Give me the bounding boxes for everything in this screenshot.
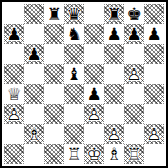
square-e2[interactable]	[84, 124, 104, 144]
piece-outline-layer: ♕	[4, 84, 24, 104]
piece-glyph: ♞	[64, 24, 84, 44]
chess-board: ♜♛♜♚♟♞♟♟♟♟♝♟♙♛♕♟♟♙♟♙♝♗♟♙♟♙♜♖♚♔♝♗♜♖	[4, 4, 164, 164]
black-pawn-piece[interactable]: ♟	[144, 24, 164, 44]
square-g8[interactable]: ♚	[124, 4, 144, 24]
black-pawn-piece[interactable]: ♟	[4, 24, 24, 44]
square-d8[interactable]: ♛	[64, 4, 84, 24]
piece-glyph: ♛	[64, 4, 84, 24]
piece-glyph: ♝	[64, 64, 84, 84]
square-c3[interactable]	[44, 104, 64, 124]
square-b4[interactable]	[24, 84, 44, 104]
white-pawn-piece[interactable]: ♟♙	[4, 104, 24, 124]
piece-glyph: ♜	[104, 4, 124, 24]
white-bishop-piece[interactable]: ♝♗	[24, 124, 44, 144]
square-c4[interactable]	[44, 84, 64, 104]
square-g7[interactable]: ♟	[124, 24, 144, 44]
square-d6[interactable]	[64, 44, 84, 64]
square-b7[interactable]	[24, 24, 44, 44]
black-bishop-piece[interactable]: ♝	[64, 64, 84, 84]
square-f2[interactable]: ♟♙	[104, 124, 124, 144]
piece-glyph: ♟	[84, 84, 104, 104]
square-g4[interactable]	[124, 84, 144, 104]
black-king-piece[interactable]: ♚	[124, 4, 144, 24]
black-rook-piece[interactable]: ♜	[104, 4, 124, 24]
square-d4[interactable]	[64, 84, 84, 104]
square-a6[interactable]	[4, 44, 24, 64]
square-h6[interactable]	[144, 44, 164, 64]
piece-glyph: ♜	[44, 4, 64, 24]
white-bishop-piece[interactable]: ♝♗	[104, 144, 124, 164]
square-d7[interactable]: ♞	[64, 24, 84, 44]
square-h4[interactable]	[144, 84, 164, 104]
black-pawn-piece[interactable]: ♟	[104, 24, 124, 44]
piece-glyph: ♟	[144, 24, 164, 44]
square-c6[interactable]	[44, 44, 64, 64]
square-h2[interactable]: ♟♙	[144, 124, 164, 144]
white-pawn-piece[interactable]: ♟♙	[144, 124, 164, 144]
square-a1[interactable]	[4, 144, 24, 164]
piece-outline-layer: ♙	[84, 104, 104, 124]
piece-glyph: ♟	[4, 24, 24, 44]
square-g5[interactable]: ♟♙	[124, 64, 144, 84]
square-a7[interactable]: ♟	[4, 24, 24, 44]
piece-outline-layer: ♗	[24, 124, 44, 144]
square-h5[interactable]	[144, 64, 164, 84]
black-queen-piece[interactable]: ♛	[64, 4, 84, 24]
black-rook-piece[interactable]: ♜	[44, 4, 64, 24]
black-pawn-piece[interactable]: ♟	[24, 44, 44, 64]
white-rook-piece[interactable]: ♜♖	[64, 144, 84, 164]
square-a2[interactable]	[4, 124, 24, 144]
white-king-piece[interactable]: ♚♔	[84, 144, 104, 164]
square-b3[interactable]	[24, 104, 44, 124]
square-e7[interactable]	[84, 24, 104, 44]
square-h1[interactable]	[144, 144, 164, 164]
square-f6[interactable]	[104, 44, 124, 64]
square-g2[interactable]	[124, 124, 144, 144]
square-a4[interactable]: ♛♕	[4, 84, 24, 104]
piece-outline-layer: ♙	[4, 104, 24, 124]
piece-outline-layer: ♖	[124, 144, 144, 164]
square-f5[interactable]	[104, 64, 124, 84]
square-f7[interactable]: ♟	[104, 24, 124, 44]
piece-outline-layer: ♙	[124, 64, 144, 84]
square-c5[interactable]	[44, 64, 64, 84]
square-d1[interactable]: ♜♖	[64, 144, 84, 164]
chess-diagram: ♜♛♜♚♟♞♟♟♟♟♝♟♙♛♕♟♟♙♟♙♝♗♟♙♟♙♜♖♚♔♝♗♜♖	[0, 0, 168, 168]
square-h3[interactable]	[144, 104, 164, 124]
square-d2[interactable]	[64, 124, 84, 144]
piece-glyph: ♟	[124, 24, 144, 44]
square-c1[interactable]	[44, 144, 64, 164]
piece-outline-layer: ♔	[84, 144, 104, 164]
white-queen-piece[interactable]: ♛♕	[4, 84, 24, 104]
square-h7[interactable]: ♟	[144, 24, 164, 44]
square-e6[interactable]	[84, 44, 104, 64]
black-knight-piece[interactable]: ♞	[64, 24, 84, 44]
square-e1[interactable]: ♚♔	[84, 144, 104, 164]
square-e8[interactable]	[84, 4, 104, 24]
square-f1[interactable]: ♝♗	[104, 144, 124, 164]
piece-outline-layer: ♗	[104, 144, 124, 164]
square-c7[interactable]	[44, 24, 64, 44]
square-d5[interactable]: ♝	[64, 64, 84, 84]
piece-glyph: ♟	[24, 44, 44, 64]
square-b6[interactable]: ♟	[24, 44, 44, 64]
square-a3[interactable]: ♟♙	[4, 104, 24, 124]
square-h8[interactable]	[144, 4, 164, 24]
black-pawn-piece[interactable]: ♟	[84, 84, 104, 104]
black-pawn-piece[interactable]: ♟	[124, 24, 144, 44]
square-f4[interactable]	[104, 84, 124, 104]
square-d3[interactable]	[64, 104, 84, 124]
white-rook-piece[interactable]: ♜♖	[124, 144, 144, 164]
square-b5[interactable]	[24, 64, 44, 84]
piece-glyph: ♟	[104, 24, 124, 44]
square-g1[interactable]: ♜♖	[124, 144, 144, 164]
square-c8[interactable]: ♜	[44, 4, 64, 24]
piece-outline-layer: ♙	[144, 124, 164, 144]
piece-outline-layer: ♖	[64, 144, 84, 164]
square-e5[interactable]	[84, 64, 104, 84]
square-b8[interactable]	[24, 4, 44, 24]
white-pawn-piece[interactable]: ♟♙	[104, 124, 124, 144]
square-e3[interactable]: ♟♙	[84, 104, 104, 124]
square-a5[interactable]	[4, 64, 24, 84]
white-pawn-piece[interactable]: ♟♙	[84, 104, 104, 124]
square-f8[interactable]: ♜	[104, 4, 124, 24]
square-f3[interactable]	[104, 104, 124, 124]
square-g3[interactable]	[124, 104, 144, 124]
piece-glyph: ♚	[124, 4, 144, 24]
square-b1[interactable]	[24, 144, 44, 164]
white-pawn-piece[interactable]: ♟♙	[124, 64, 144, 84]
square-a8[interactable]	[4, 4, 24, 24]
piece-outline-layer: ♙	[104, 124, 124, 144]
square-g6[interactable]	[124, 44, 144, 64]
square-e4[interactable]: ♟	[84, 84, 104, 104]
square-b2[interactable]: ♝♗	[24, 124, 44, 144]
square-c2[interactable]	[44, 124, 64, 144]
